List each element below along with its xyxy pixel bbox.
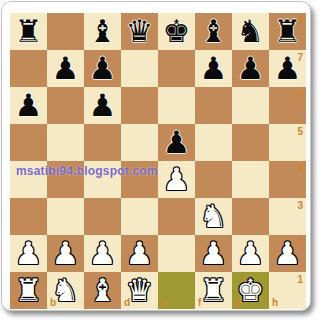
square-e3 <box>158 198 195 235</box>
square-b3 <box>47 198 84 235</box>
rank-label-8: 8 <box>297 15 303 26</box>
square-g3 <box>232 198 269 235</box>
square-d5 <box>121 124 158 161</box>
square-a7 <box>10 50 47 87</box>
square-f4 <box>195 161 232 198</box>
square-g8: ♞ <box>232 13 269 50</box>
square-d4 <box>121 161 158 198</box>
square-g2: ♟ <box>232 235 269 272</box>
square-e2 <box>158 235 195 272</box>
piece-black-pawn: ♟ <box>232 50 269 87</box>
square-h8: ♜8 <box>269 13 306 50</box>
square-h2: ♟2 <box>269 235 306 272</box>
square-h4: 4 <box>269 161 306 198</box>
square-b6 <box>47 87 84 124</box>
rank-label-1: 1 <box>297 274 303 285</box>
square-d7 <box>121 50 158 87</box>
diagram-card: ♜♝♛♚♝♞♜8♟♟♟♟♟7♟♟6♟5♟4♞3♟♟♟♟♟♟♟2♜a♞b♝c♛de… <box>1 1 311 311</box>
square-f7: ♟ <box>195 50 232 87</box>
piece-white-pawn: ♟ <box>232 235 269 272</box>
square-d3 <box>121 198 158 235</box>
piece-black-king: ♚ <box>158 13 195 50</box>
square-e1: e <box>158 272 195 309</box>
piece-white-knight: ♞ <box>195 198 232 235</box>
rank-label-6: 6 <box>297 89 303 100</box>
square-b7: ♟ <box>47 50 84 87</box>
piece-black-pawn: ♟ <box>84 87 121 124</box>
square-a3 <box>10 198 47 235</box>
square-f8: ♝ <box>195 13 232 50</box>
square-b5 <box>47 124 84 161</box>
square-c4 <box>84 161 121 198</box>
square-b8 <box>47 13 84 50</box>
square-a5 <box>10 124 47 161</box>
file-label-b: b <box>50 297 56 308</box>
piece-black-rook: ♜ <box>10 13 47 50</box>
rank-label-3: 3 <box>297 200 303 211</box>
square-g1: ♚g <box>232 272 269 309</box>
square-g4 <box>232 161 269 198</box>
square-d6 <box>121 87 158 124</box>
file-label-h: h <box>272 297 278 308</box>
piece-black-queen: ♛ <box>121 13 158 50</box>
piece-black-pawn: ♟ <box>47 50 84 87</box>
rank-label-2: 2 <box>297 237 303 248</box>
file-label-d: d <box>124 297 130 308</box>
piece-black-knight: ♞ <box>232 13 269 50</box>
square-f6 <box>195 87 232 124</box>
square-b4 <box>47 161 84 198</box>
piece-white-pawn: ♟ <box>10 235 47 272</box>
square-a6: ♟ <box>10 87 47 124</box>
square-b1: ♞b <box>47 272 84 309</box>
file-label-e: e <box>161 297 167 308</box>
square-c3 <box>84 198 121 235</box>
piece-black-bishop: ♝ <box>84 13 121 50</box>
square-d2: ♟ <box>121 235 158 272</box>
piece-white-pawn: ♟ <box>47 235 84 272</box>
square-f3: ♞ <box>195 198 232 235</box>
rank-label-7: 7 <box>297 52 303 63</box>
rank-label-5: 5 <box>297 126 303 137</box>
square-h7: ♟7 <box>269 50 306 87</box>
square-c2: ♟ <box>84 235 121 272</box>
square-c5 <box>84 124 121 161</box>
piece-black-pawn: ♟ <box>84 50 121 87</box>
square-a4 <box>10 161 47 198</box>
square-a2: ♟ <box>10 235 47 272</box>
piece-white-pawn: ♟ <box>84 235 121 272</box>
square-f1: ♜f <box>195 272 232 309</box>
square-a8: ♜ <box>10 13 47 50</box>
square-b2: ♟ <box>47 235 84 272</box>
square-h3: 3 <box>269 198 306 235</box>
square-e4: ♟ <box>158 161 195 198</box>
file-label-f: f <box>198 297 201 308</box>
square-h6: 6 <box>269 87 306 124</box>
square-d1: ♛d <box>121 272 158 309</box>
file-label-c: c <box>87 297 93 308</box>
square-e8: ♚ <box>158 13 195 50</box>
square-c1: ♝c <box>84 272 121 309</box>
square-c8: ♝ <box>84 13 121 50</box>
file-label-a: a <box>13 297 19 308</box>
square-c7: ♟ <box>84 50 121 87</box>
square-g5 <box>232 124 269 161</box>
piece-black-pawn: ♟ <box>158 124 195 161</box>
square-e5: ♟ <box>158 124 195 161</box>
square-f2: ♟ <box>195 235 232 272</box>
square-g7: ♟ <box>232 50 269 87</box>
square-a1: ♜a <box>10 272 47 309</box>
piece-white-pawn: ♟ <box>121 235 158 272</box>
square-g6 <box>232 87 269 124</box>
file-label-g: g <box>235 297 241 308</box>
chess-board: ♜♝♛♚♝♞♜8♟♟♟♟♟7♟♟6♟5♟4♞3♟♟♟♟♟♟♟2♜a♞b♝c♛de… <box>10 13 306 309</box>
square-f5 <box>195 124 232 161</box>
square-d8: ♛ <box>121 13 158 50</box>
square-h5: 5 <box>269 124 306 161</box>
piece-white-pawn: ♟ <box>158 161 195 198</box>
square-e6 <box>158 87 195 124</box>
square-c6: ♟ <box>84 87 121 124</box>
piece-black-bishop: ♝ <box>195 13 232 50</box>
rank-label-4: 4 <box>297 163 303 174</box>
square-h1: h1 <box>269 272 306 309</box>
piece-black-pawn: ♟ <box>195 50 232 87</box>
piece-white-pawn: ♟ <box>195 235 232 272</box>
piece-black-pawn: ♟ <box>10 87 47 124</box>
square-e7 <box>158 50 195 87</box>
